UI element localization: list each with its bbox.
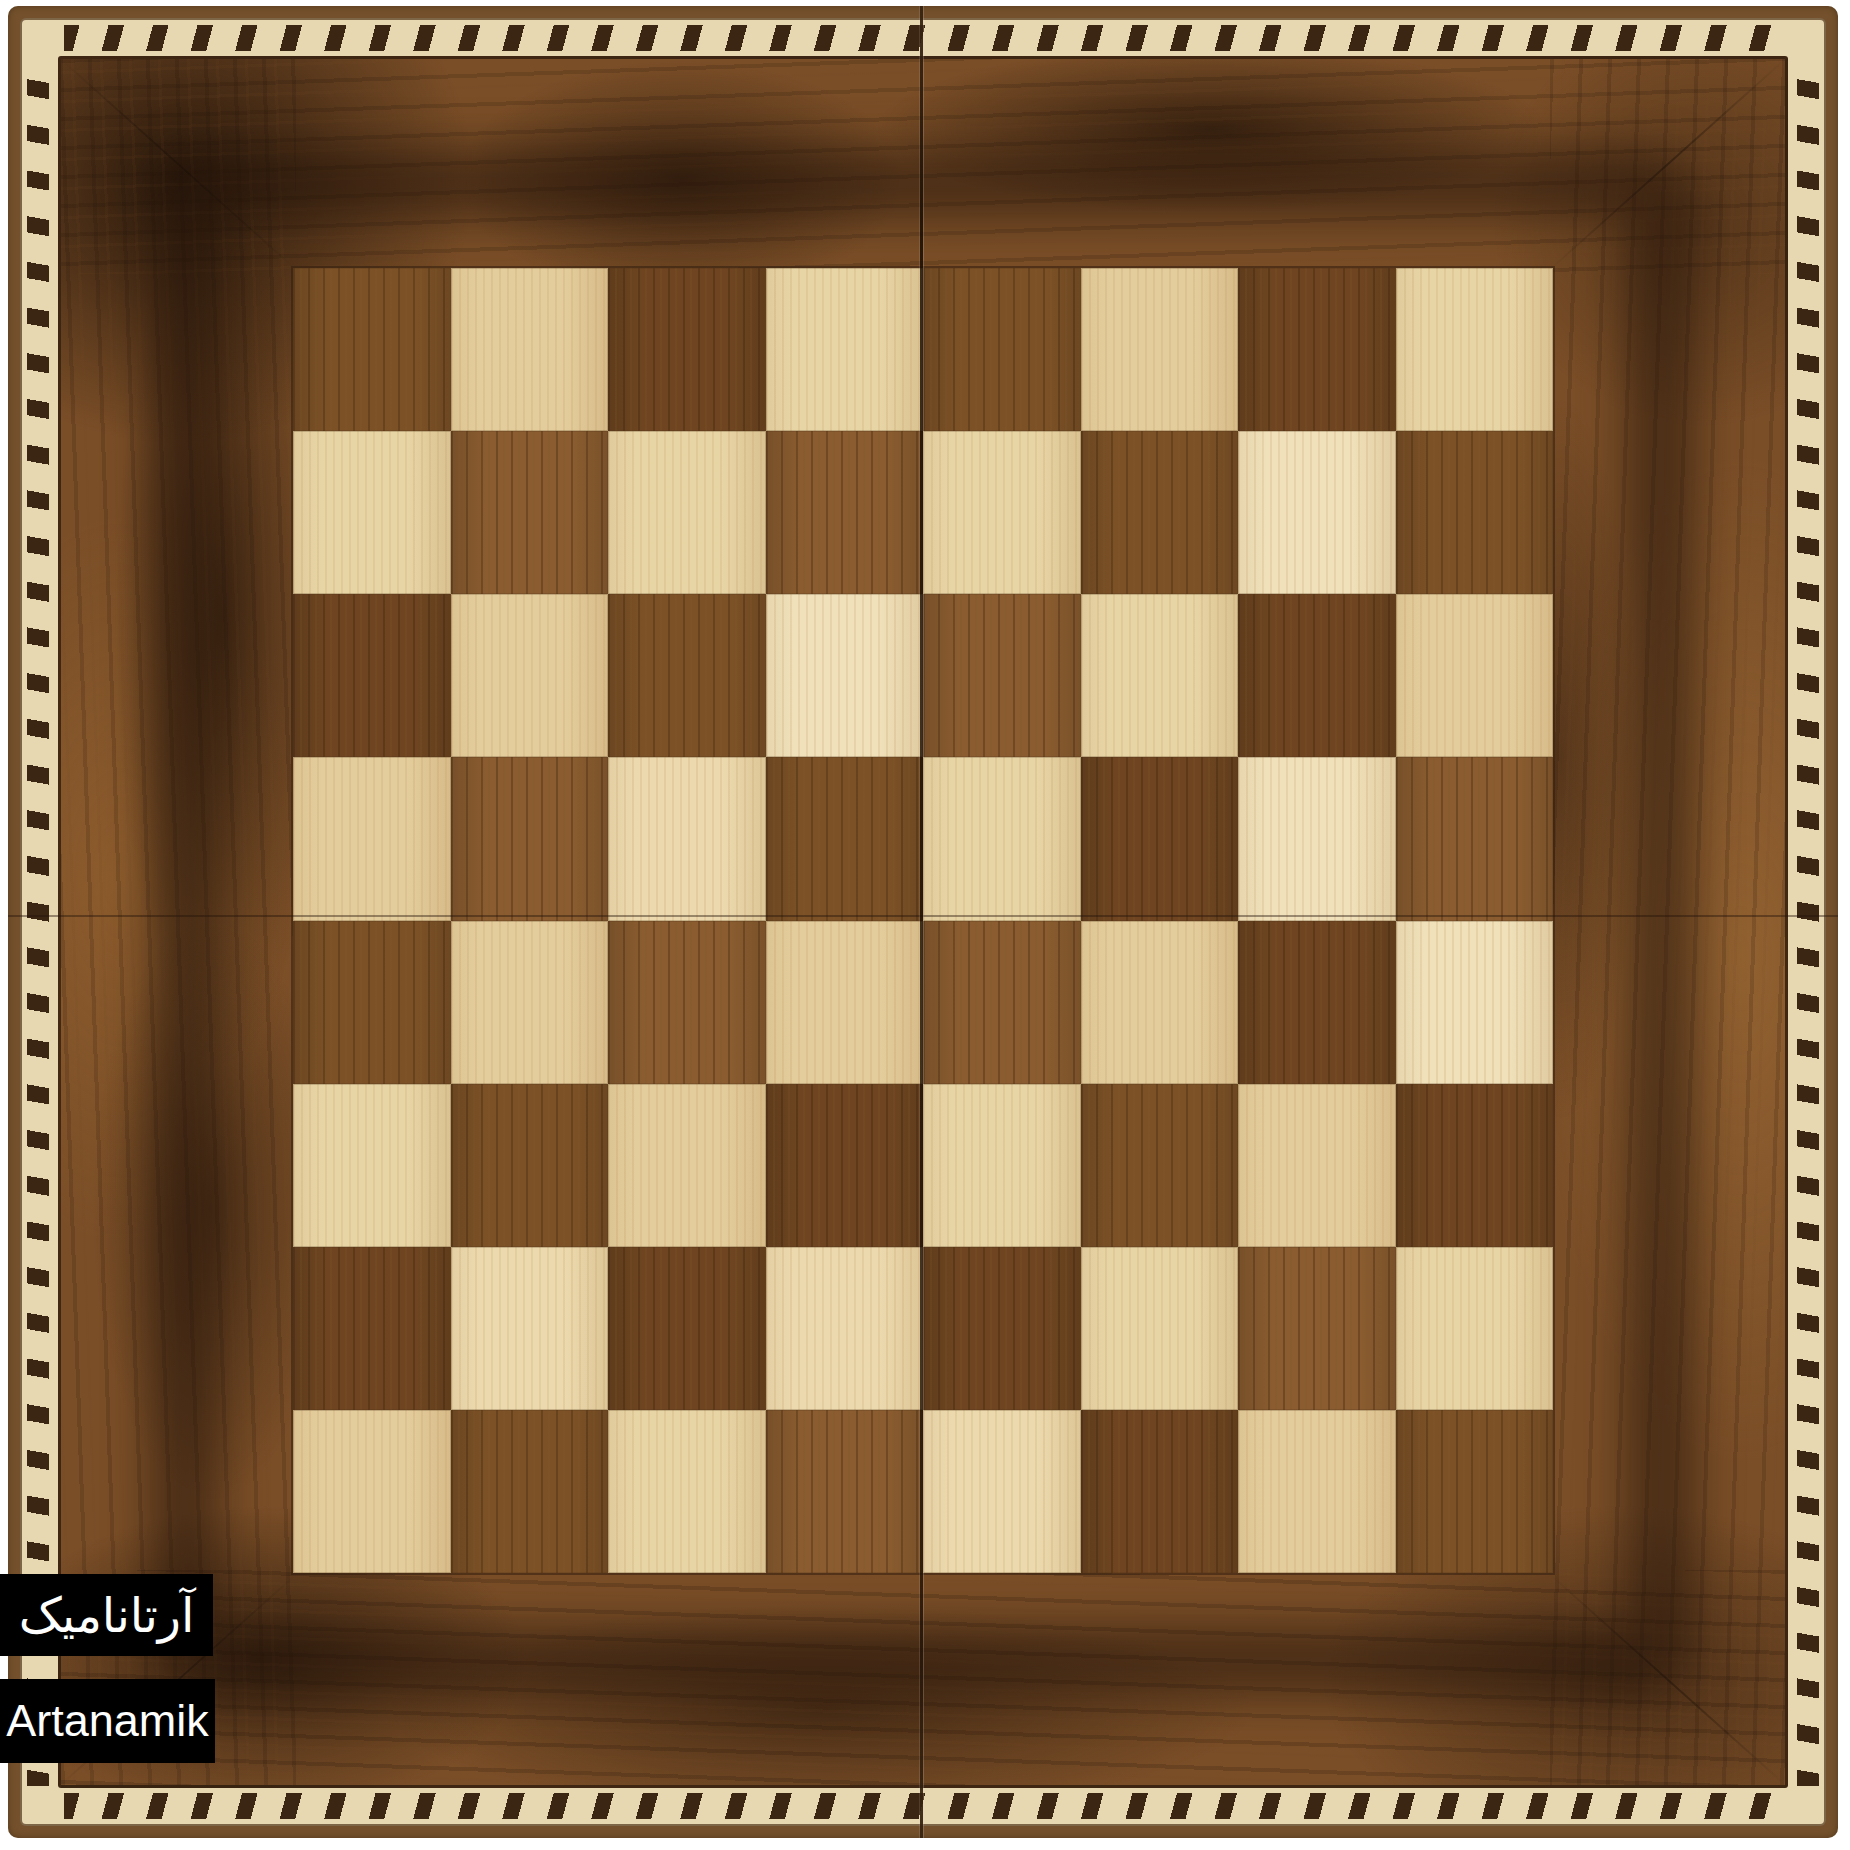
board-square [451, 921, 609, 1084]
board-square [1238, 921, 1396, 1084]
checkerboard [293, 268, 1553, 1573]
brand-label-group: آرتانامیک Artanamik [0, 1574, 215, 1763]
board-square [293, 594, 451, 757]
board-square [608, 1084, 766, 1247]
board-square [766, 921, 924, 1084]
board-square [923, 1410, 1081, 1573]
board-square [1081, 921, 1239, 1084]
board-square [608, 757, 766, 920]
vertical-fold-seam [920, 6, 923, 1838]
board-square [766, 431, 924, 594]
board-square [766, 1247, 924, 1410]
board-square [608, 921, 766, 1084]
board-square [293, 268, 451, 431]
board-square [923, 921, 1081, 1084]
board-square [608, 268, 766, 431]
board-square [1081, 431, 1239, 594]
board-square [1238, 431, 1396, 594]
chess-board [8, 6, 1838, 1838]
board-square [923, 594, 1081, 757]
board-square [766, 1084, 924, 1247]
inlay-dashes-top [62, 20, 1784, 56]
board-square [1238, 757, 1396, 920]
board-square [451, 431, 609, 594]
frame-grain-top [61, 59, 1785, 274]
board-square [923, 1247, 1081, 1410]
board-square [1238, 594, 1396, 757]
board-square [1081, 1247, 1239, 1410]
board-square [1081, 594, 1239, 757]
board-square [1396, 1410, 1554, 1573]
board-square [293, 1247, 451, 1410]
frame-miter-joint-bottom-right [1548, 1573, 1788, 1788]
horizontal-panel-seam [8, 915, 1838, 917]
board-square [766, 757, 924, 920]
board-square [1396, 921, 1554, 1084]
board-square [923, 1084, 1081, 1247]
board-square [1238, 1410, 1396, 1573]
board-square [1081, 757, 1239, 920]
board-square [608, 1247, 766, 1410]
frame-grain-left [61, 59, 296, 1785]
board-square [608, 431, 766, 594]
board-square [923, 268, 1081, 431]
board-square [451, 1410, 609, 1573]
board-square [1396, 594, 1554, 757]
board-square [923, 757, 1081, 920]
board-square [1238, 1247, 1396, 1410]
inlay-dashes-right [1792, 56, 1824, 1788]
brand-label-farsi: آرتانامیک [0, 1574, 213, 1656]
board-square [451, 1247, 609, 1410]
board-square [766, 594, 924, 757]
board-square [1396, 1247, 1554, 1410]
board-square [293, 757, 451, 920]
board-square [608, 1410, 766, 1573]
board-square [293, 921, 451, 1084]
board-square [1238, 1084, 1396, 1247]
frame-grain-right [1550, 59, 1785, 1785]
board-square [293, 1410, 451, 1573]
frame-grain-bottom [61, 1570, 1785, 1785]
board-square [1081, 268, 1239, 431]
board-square [451, 594, 609, 757]
product-photo-stage: آرتانامیک Artanamik [0, 0, 1850, 1850]
board-square [923, 431, 1081, 594]
frame-miter-joint-top-right [1548, 57, 1788, 272]
inlay-dashes-left [22, 56, 54, 1788]
brand-label-english: Artanamik [0, 1679, 215, 1763]
inlay-dashes-bottom [62, 1788, 1784, 1824]
board-square [1396, 757, 1554, 920]
board-square [1396, 268, 1554, 431]
board-square [293, 1084, 451, 1247]
board-square [451, 757, 609, 920]
board-square [1081, 1410, 1239, 1573]
board-square [1396, 431, 1554, 594]
board-square [293, 431, 451, 594]
board-square [1396, 1084, 1554, 1247]
board-square [766, 1410, 924, 1573]
board-square [766, 268, 924, 431]
board-square [608, 594, 766, 757]
board-square [1081, 1084, 1239, 1247]
board-square [451, 1084, 609, 1247]
board-square [1238, 268, 1396, 431]
board-square [451, 268, 609, 431]
frame-miter-joint-top-left [58, 57, 298, 272]
